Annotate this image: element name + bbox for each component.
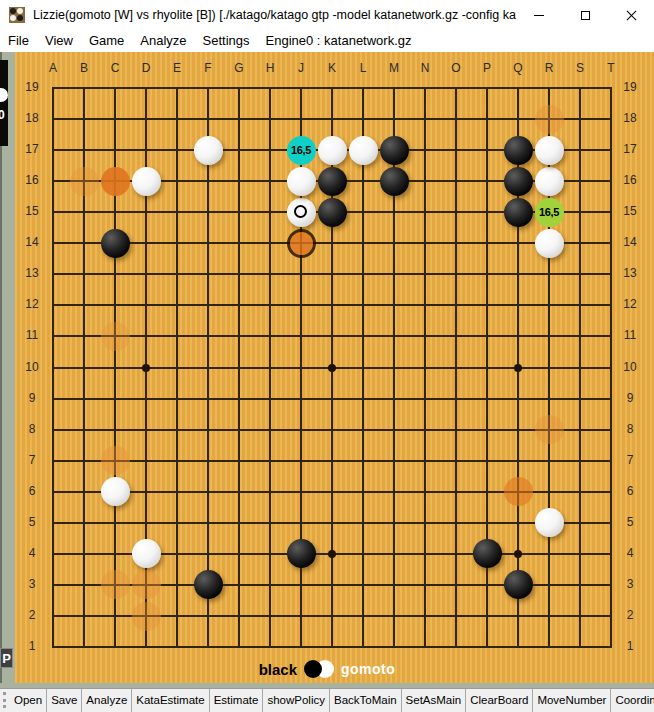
toolbar-estimate-button[interactable]: Estimate	[210, 689, 264, 712]
grid-hline-12	[52, 304, 612, 306]
stone-white-K17[interactable]	[318, 136, 347, 165]
menu-bar: FileViewGameAnalyzeSettingsEngine0 : kat…	[0, 30, 654, 52]
stone-white-R17[interactable]	[535, 136, 564, 165]
maximize-icon	[581, 11, 590, 20]
stone-white-J15[interactable]	[287, 198, 316, 227]
close-icon	[626, 10, 637, 21]
coord-left-12: 12	[22, 297, 42, 311]
coord-right-15: 15	[620, 204, 640, 218]
coord-left-10: 10	[22, 360, 42, 374]
stone-black-Q17[interactable]	[504, 136, 533, 165]
coord-left-6: 6	[22, 484, 42, 498]
stone-white-R5[interactable]	[535, 508, 564, 537]
coord-top-T: T	[601, 61, 621, 75]
stone-black-K16[interactable]	[318, 167, 347, 196]
window-title: Lizzie(gomoto [W] vs rhyolite [B]) [./ka…	[33, 8, 516, 22]
menu-game[interactable]: Game	[81, 30, 132, 52]
coord-right-17: 17	[620, 142, 640, 156]
coord-left-4: 4	[22, 546, 42, 560]
grid-hline-8	[52, 429, 612, 431]
suggestion-D2[interactable]	[132, 602, 161, 631]
coord-right-4: 4	[620, 546, 640, 560]
player-status-bar: black gomoto	[0, 658, 654, 680]
grid-hline-11	[52, 335, 612, 337]
coord-right-10: 10	[620, 360, 640, 374]
coord-right-19: 19	[620, 80, 640, 94]
menu-analyze[interactable]: Analyze	[132, 30, 194, 52]
coord-left-19: 19	[22, 80, 42, 94]
coord-left-13: 13	[22, 266, 42, 280]
coord-top-F: F	[198, 61, 218, 75]
stone-black-K15[interactable]	[318, 198, 347, 227]
coord-top-D: D	[136, 61, 156, 75]
board-area: 0 P ABCDEFGHJKLMNOPQRST19191818171716161…	[0, 52, 654, 688]
stone-white-R14[interactable]	[535, 229, 564, 258]
coord-top-H: H	[260, 61, 280, 75]
stone-white-R16[interactable]	[535, 167, 564, 196]
star-point-Q10	[514, 364, 522, 372]
toolbar-backtomain-button[interactable]: BackToMain	[330, 689, 402, 712]
coord-left-18: 18	[22, 111, 42, 125]
stone-black-J4[interactable]	[287, 539, 316, 568]
white-player-label: gomoto	[341, 661, 395, 677]
toolbar-kataestimate-button[interactable]: KataEstimate	[132, 689, 209, 712]
stone-black-M17[interactable]	[380, 136, 409, 165]
coord-left-14: 14	[22, 235, 42, 249]
coord-left-5: 5	[22, 515, 42, 529]
stone-white-L17[interactable]	[349, 136, 378, 165]
coord-left-9: 9	[22, 391, 42, 405]
coord-right-2: 2	[620, 608, 640, 622]
star-point-K10	[328, 364, 336, 372]
coord-left-8: 8	[22, 422, 42, 436]
menu-engine0-katanetwork-gz[interactable]: Engine0 : katanetwork.gz	[258, 30, 420, 52]
go-board[interactable]: ABCDEFGHJKLMNOPQRST191918181717161615151…	[0, 52, 654, 688]
suggestion-R8[interactable]	[535, 415, 564, 444]
coord-left-2: 2	[22, 608, 42, 622]
stone-black-P4[interactable]	[473, 539, 502, 568]
coord-right-12: 12	[620, 297, 640, 311]
star-point-K4	[328, 550, 336, 558]
toolbar-showpolicy-button[interactable]: showPolicy	[263, 689, 330, 712]
toolbar-clearboard-button[interactable]: ClearBoard	[466, 689, 533, 712]
coord-right-8: 8	[620, 422, 640, 436]
coord-top-N: N	[415, 61, 435, 75]
minimize-button[interactable]	[516, 0, 562, 30]
coord-top-J: J	[291, 61, 311, 75]
coord-right-9: 9	[620, 391, 640, 405]
toolbar-open-button[interactable]: Open	[10, 689, 47, 712]
coord-right-11: 11	[620, 328, 640, 342]
coord-right-14: 14	[620, 235, 640, 249]
grid-hline-5	[52, 522, 612, 524]
coord-top-P: P	[477, 61, 497, 75]
coord-right-1: 1	[620, 639, 640, 653]
stone-black-Q3[interactable]	[504, 570, 533, 599]
coord-top-O: O	[446, 61, 466, 75]
black-player-label: black	[259, 661, 297, 678]
menu-settings[interactable]: Settings	[195, 30, 258, 52]
coord-right-3: 3	[620, 577, 640, 591]
stone-black-M16[interactable]	[380, 167, 409, 196]
stone-black-Q16[interactable]	[504, 167, 533, 196]
coord-left-11: 11	[22, 328, 42, 342]
coord-right-6: 6	[620, 484, 640, 498]
grid-hline-19	[52, 87, 612, 89]
coord-left-1: 1	[22, 639, 42, 653]
grid-hline-14	[52, 242, 612, 244]
suggestion-B16[interactable]	[70, 167, 99, 196]
grid-hline-13	[52, 273, 612, 275]
stone-white-D4[interactable]	[132, 539, 161, 568]
coord-right-18: 18	[620, 111, 640, 125]
suggestion-C11[interactable]	[101, 322, 130, 351]
coord-right-16: 16	[620, 173, 640, 187]
grid-hline-1	[52, 646, 612, 648]
coord-top-A: A	[43, 61, 63, 75]
coord-top-G: G	[229, 61, 249, 75]
suggestion-J17[interactable]: 16,5	[287, 136, 316, 165]
menu-file[interactable]: File	[0, 30, 37, 52]
stone-white-C6[interactable]	[101, 477, 130, 506]
stone-black-C14[interactable]	[101, 229, 130, 258]
coord-top-E: E	[167, 61, 187, 75]
grid-hline-18	[52, 118, 612, 120]
toolbar-coordinates-button[interactable]: Coordinates	[611, 689, 654, 712]
coord-top-K: K	[322, 61, 342, 75]
star-point-Q4	[514, 550, 522, 558]
menu-view[interactable]: View	[37, 30, 81, 52]
coord-left-17: 17	[22, 142, 42, 156]
close-button[interactable]	[608, 0, 654, 30]
star-point-D10	[142, 364, 150, 372]
grid-hline-9	[52, 398, 612, 400]
suggestion-C3[interactable]	[101, 570, 130, 599]
coord-left-7: 7	[22, 453, 42, 467]
suggestion-Q6[interactable]	[504, 477, 533, 506]
coord-right-5: 5	[620, 515, 640, 529]
grid-hline-7	[52, 460, 612, 462]
last-move-marker	[294, 205, 307, 218]
toolbar-drag-handle[interactable]	[3, 692, 6, 708]
toolbar-setasmain-button[interactable]: SetAsMain	[402, 689, 467, 712]
coord-top-S: S	[570, 61, 590, 75]
title-bar[interactable]: Lizzie(gomoto [W] vs rhyolite [B]) [./ka…	[0, 0, 654, 30]
coord-top-B: B	[74, 61, 94, 75]
toolbar-save-button[interactable]: Save	[47, 689, 82, 712]
coord-top-R: R	[539, 61, 559, 75]
stone-pair-icon	[304, 660, 334, 678]
bottom-toolbar: OpenSaveAnalyzeKataEstimateEstimateshowP…	[0, 688, 654, 712]
suggestion-R15[interactable]: 16,5	[535, 198, 564, 227]
suggestion-C16[interactable]	[101, 167, 130, 196]
app-icon	[9, 7, 25, 23]
suggestion-R18[interactable]	[535, 105, 564, 134]
suggestion-C7[interactable]	[101, 446, 130, 475]
suggestion-D3[interactable]	[132, 570, 161, 599]
toolbar-movenumber-button[interactable]: MoveNumber	[533, 689, 611, 712]
coord-right-13: 13	[620, 266, 640, 280]
coord-left-15: 15	[22, 204, 42, 218]
stone-white-J16[interactable]	[287, 167, 316, 196]
coord-left-16: 16	[22, 173, 42, 187]
coord-top-C: C	[105, 61, 125, 75]
coord-top-Q: Q	[508, 61, 528, 75]
minimize-icon	[534, 15, 544, 16]
maximize-button[interactable]	[562, 0, 608, 30]
coord-top-L: L	[353, 61, 373, 75]
stone-black-Q15[interactable]	[504, 198, 533, 227]
stone-white-D16[interactable]	[132, 167, 161, 196]
toolbar-analyze-button[interactable]: Analyze	[82, 689, 132, 712]
coord-left-3: 3	[22, 577, 42, 591]
black-stone-icon	[304, 660, 322, 678]
suggestion-J14[interactable]	[287, 229, 316, 258]
coord-right-7: 7	[620, 453, 640, 467]
stone-white-F17[interactable]	[194, 136, 223, 165]
window-controls	[516, 0, 654, 30]
coord-top-M: M	[384, 61, 404, 75]
stone-black-F3[interactable]	[194, 570, 223, 599]
lizzie-window: Lizzie(gomoto [W] vs rhyolite [B]) [./ka…	[0, 0, 654, 712]
